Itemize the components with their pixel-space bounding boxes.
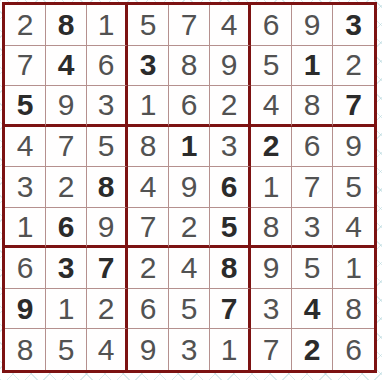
sudoku-cell-r1c4[interactable]: 5: [128, 5, 169, 46]
sudoku-cell-r3c8[interactable]: 8: [292, 86, 333, 127]
sudoku-cell-r2c4[interactable]: 3: [128, 46, 169, 87]
sudoku-cell-r7c2[interactable]: 3: [46, 248, 87, 289]
sudoku-cell-r4c4[interactable]: 8: [128, 127, 169, 168]
page-background: { "game": "sudoku", "position": "2815746…: [0, 0, 382, 380]
sudoku-cell-r4c7[interactable]: 2: [251, 127, 292, 168]
sudoku-cell-r9c1[interactable]: 8: [5, 329, 46, 370]
sudoku-cell-r8c1[interactable]: 9: [5, 289, 46, 330]
sudoku-cell-r4c9[interactable]: 9: [333, 127, 374, 168]
sudoku-cell-r1c5[interactable]: 7: [169, 5, 210, 46]
sudoku-cell-r5c8[interactable]: 7: [292, 167, 333, 208]
sudoku-board: 2815746937463895125931624874758132693284…: [2, 2, 377, 373]
sudoku-cell-r6c3[interactable]: 9: [87, 208, 128, 249]
sudoku-cell-r8c9[interactable]: 8: [333, 289, 374, 330]
sudoku-cell-r4c8[interactable]: 6: [292, 127, 333, 168]
sudoku-cell-r1c1[interactable]: 2: [5, 5, 46, 46]
sudoku-cell-r3c5[interactable]: 6: [169, 86, 210, 127]
sudoku-cell-r6c2[interactable]: 6: [46, 208, 87, 249]
sudoku-cell-r8c2[interactable]: 1: [46, 289, 87, 330]
sudoku-cell-r7c6[interactable]: 8: [210, 248, 251, 289]
sudoku-cell-r2c1[interactable]: 7: [5, 46, 46, 87]
sudoku-cell-r3c6[interactable]: 2: [210, 86, 251, 127]
sudoku-cell-r5c3[interactable]: 8: [87, 167, 128, 208]
sudoku-cell-r2c5[interactable]: 8: [169, 46, 210, 87]
sudoku-cell-r3c2[interactable]: 9: [46, 86, 87, 127]
sudoku-cell-r3c1[interactable]: 5: [5, 86, 46, 127]
sudoku-cell-r1c2[interactable]: 8: [46, 5, 87, 46]
sudoku-cell-r1c7[interactable]: 6: [251, 5, 292, 46]
sudoku-cell-r1c6[interactable]: 4: [210, 5, 251, 46]
sudoku-cell-r9c9[interactable]: 6: [333, 329, 374, 370]
sudoku-cell-r4c6[interactable]: 3: [210, 127, 251, 168]
sudoku-cell-r3c3[interactable]: 3: [87, 86, 128, 127]
sudoku-cell-r7c8[interactable]: 5: [292, 248, 333, 289]
sudoku-cell-r4c5[interactable]: 1: [169, 127, 210, 168]
sudoku-cell-r9c7[interactable]: 7: [251, 329, 292, 370]
sudoku-cell-r6c8[interactable]: 3: [292, 208, 333, 249]
sudoku-cell-r6c5[interactable]: 2: [169, 208, 210, 249]
sudoku-cell-r6c7[interactable]: 8: [251, 208, 292, 249]
sudoku-cell-r8c5[interactable]: 5: [169, 289, 210, 330]
sudoku-cell-r5c2[interactable]: 2: [46, 167, 87, 208]
sudoku-cell-r3c9[interactable]: 7: [333, 86, 374, 127]
sudoku-cell-r5c4[interactable]: 4: [128, 167, 169, 208]
sudoku-cell-r4c3[interactable]: 5: [87, 127, 128, 168]
sudoku-cell-r8c3[interactable]: 2: [87, 289, 128, 330]
sudoku-cell-r7c7[interactable]: 9: [251, 248, 292, 289]
sudoku-cell-r3c7[interactable]: 4: [251, 86, 292, 127]
sudoku-cell-r9c4[interactable]: 9: [128, 329, 169, 370]
sudoku-cell-r8c7[interactable]: 3: [251, 289, 292, 330]
sudoku-cell-r1c3[interactable]: 1: [87, 5, 128, 46]
sudoku-cell-r2c2[interactable]: 4: [46, 46, 87, 87]
sudoku-cell-r4c2[interactable]: 7: [46, 127, 87, 168]
sudoku-cell-r9c3[interactable]: 4: [87, 329, 128, 370]
sudoku-cell-r5c1[interactable]: 3: [5, 167, 46, 208]
sudoku-cell-r6c9[interactable]: 4: [333, 208, 374, 249]
sudoku-cell-r7c4[interactable]: 2: [128, 248, 169, 289]
sudoku-cell-r5c9[interactable]: 5: [333, 167, 374, 208]
sudoku-cell-r9c6[interactable]: 1: [210, 329, 251, 370]
sudoku-cell-r2c8[interactable]: 1: [292, 46, 333, 87]
sudoku-cell-r7c5[interactable]: 4: [169, 248, 210, 289]
sudoku-cell-r3c4[interactable]: 1: [128, 86, 169, 127]
sudoku-cell-r8c8[interactable]: 4: [292, 289, 333, 330]
sudoku-cell-r6c4[interactable]: 7: [128, 208, 169, 249]
sudoku-cell-r9c5[interactable]: 3: [169, 329, 210, 370]
sudoku-cell-r5c6[interactable]: 6: [210, 167, 251, 208]
sudoku-cell-r9c2[interactable]: 5: [46, 329, 87, 370]
sudoku-cell-r2c9[interactable]: 2: [333, 46, 374, 87]
sudoku-cell-r9c8[interactable]: 2: [292, 329, 333, 370]
sudoku-cell-r4c1[interactable]: 4: [5, 127, 46, 168]
sudoku-cell-r8c4[interactable]: 6: [128, 289, 169, 330]
sudoku-cell-r5c5[interactable]: 9: [169, 167, 210, 208]
sudoku-cell-r1c9[interactable]: 3: [333, 5, 374, 46]
sudoku-cell-r7c9[interactable]: 1: [333, 248, 374, 289]
sudoku-cell-r2c3[interactable]: 6: [87, 46, 128, 87]
sudoku-cell-r7c3[interactable]: 7: [87, 248, 128, 289]
sudoku-cell-r7c1[interactable]: 6: [5, 248, 46, 289]
sudoku-cell-r5c7[interactable]: 1: [251, 167, 292, 208]
sudoku-cell-r8c6[interactable]: 7: [210, 289, 251, 330]
sudoku-cell-r6c6[interactable]: 5: [210, 208, 251, 249]
sudoku-cell-r2c6[interactable]: 9: [210, 46, 251, 87]
sudoku-cell-r1c8[interactable]: 9: [292, 5, 333, 46]
sudoku-cell-r2c7[interactable]: 5: [251, 46, 292, 87]
sudoku-cell-r6c1[interactable]: 1: [5, 208, 46, 249]
